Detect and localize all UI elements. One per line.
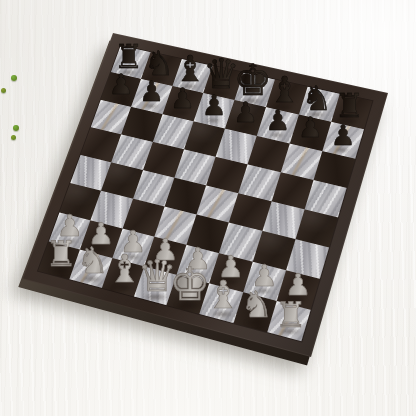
- pea-speck: [13, 125, 19, 131]
- product-photo: ♜♞♝♛♚♝♞♜♟♟♟♟♟♟♟♟♟♟♟♟♟♟♟♟♜♞♝♛♚♝♞♜: [0, 0, 416, 416]
- pea-speck: [11, 135, 16, 140]
- pea-speck: [11, 75, 17, 81]
- pea-speck: [1, 88, 6, 93]
